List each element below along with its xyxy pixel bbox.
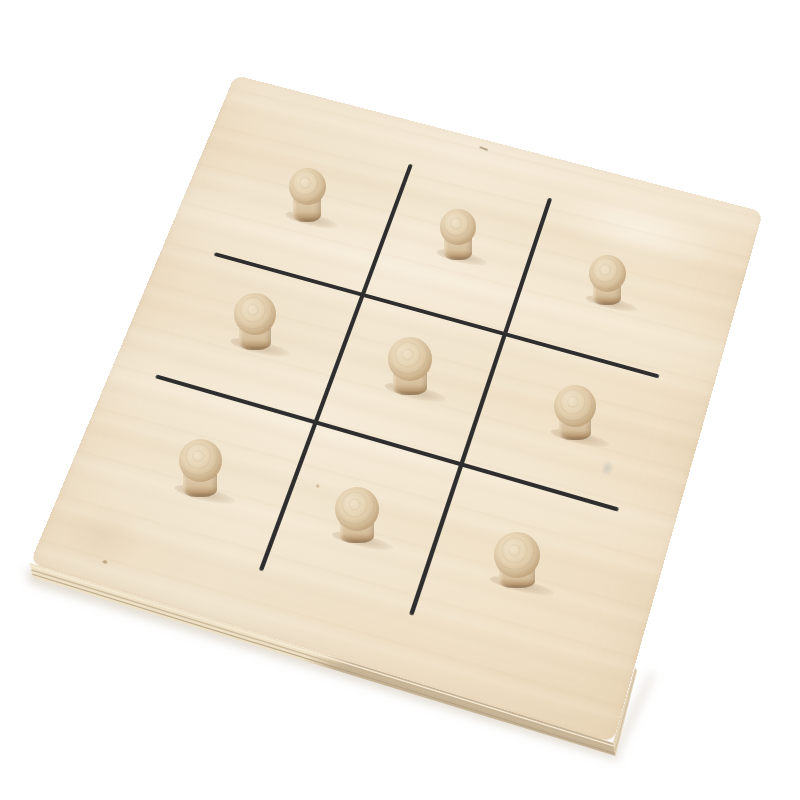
- product-photo-scene: [0, 0, 800, 800]
- wooden-peg-r2c2[interactable]: [388, 337, 432, 395]
- peg-head: [335, 487, 379, 531]
- wooden-peg-r3c3[interactable]: [494, 532, 540, 588]
- wooden-peg-r2c3[interactable]: [554, 385, 596, 440]
- peg-head: [554, 385, 596, 427]
- wooden-peg-r3c1[interactable]: [179, 439, 222, 497]
- wooden-peg-r1c2[interactable]: [440, 209, 476, 260]
- pegs-layer: [0, 0, 800, 800]
- peg-head: [289, 168, 326, 205]
- wooden-peg-r3c2[interactable]: [335, 487, 379, 543]
- wooden-peg-r2c1[interactable]: [234, 293, 276, 350]
- wooden-peg-r1c3[interactable]: [589, 255, 626, 305]
- peg-head: [388, 337, 432, 381]
- peg-head: [440, 209, 476, 245]
- wooden-peg-r1c1[interactable]: [289, 168, 326, 222]
- peg-head: [179, 439, 222, 482]
- peg-head: [234, 293, 276, 335]
- peg-head: [589, 255, 626, 292]
- peg-head: [494, 532, 540, 578]
